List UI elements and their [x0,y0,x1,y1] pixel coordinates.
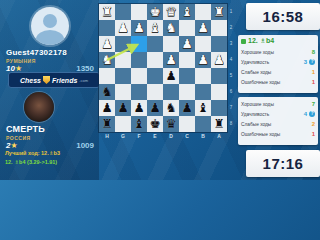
left-sidebar: Guest47302178 РУМЫНИЯ 10★ 1350 Chess Fri… [0,0,99,180]
file-label-a: A [211,133,227,139]
square-f4[interactable] [131,52,147,68]
piece-bP-f7: ♟ [131,100,147,116]
avatar-torso-icon [36,30,64,45]
square-c7[interactable]: ♟ [179,100,195,116]
stat-row-Слабые ходы: Слабые ходы1 [241,67,315,77]
stat-label: Слабые ходы [241,122,271,127]
square-h7[interactable]: ♟ [99,100,115,116]
stat-label: Хорошие ходы [241,50,274,55]
top-player-name: Guest47302178 [6,48,98,57]
square-h6[interactable]: ♞ [99,84,115,100]
analysis-panel-top: 12. ♗b4 Хорошие ходы8Удачливость3?Слабые… [238,35,318,93]
piece-bR-a8: ♜ [211,116,227,132]
stat-label: Удачливость [241,60,269,65]
stat-row-Удачливость: Удачливость3? [241,57,315,67]
square-g7[interactable]: ♟ [115,100,131,116]
piece-wP-a4: ♟ [211,52,227,68]
file-label-g: G [115,133,131,139]
square-d7[interactable]: ♞ [163,100,179,116]
square-a1[interactable]: ♜ [211,4,227,20]
square-d8[interactable]: ♛ [163,116,179,132]
square-h2[interactable] [99,20,115,36]
stat-value: 8 [312,49,315,55]
square-e6[interactable] [147,84,163,100]
square-d4[interactable]: ♟ [163,52,179,68]
square-c4[interactable] [179,52,195,68]
stat-value: 1 [312,131,315,137]
square-d1[interactable]: ♛ [163,4,179,20]
piece-wP-h3: ♟ [99,36,115,52]
piece-wR-h1: ♜ [99,4,115,20]
logo-text-1: Chess [20,77,41,84]
square-c8[interactable] [179,116,195,132]
square-c5[interactable] [179,68,195,84]
square-e7[interactable]: ♟ [147,100,163,116]
chess4friends-logo[interactable]: Chess Friends .com [8,72,100,88]
piece-wP-b4: ♟ [195,52,211,68]
piece-wN-h4: ♞ [99,52,115,68]
bottom-player-name: СМЕРТЬ [6,124,98,134]
analysis-panel-bottom: Хорошие ходы7Удачливость4?Слабые ходы2Ош… [238,97,318,145]
stats-rows-1: Хорошие ходы8Удачливость3?Слабые ходы1Ош… [241,47,315,87]
rank-label-1: 1 [227,4,235,20]
stat-value: 1 [312,69,315,75]
piece-bP-c7: ♟ [179,100,195,116]
piece-wP-d4: ♟ [163,52,179,68]
square-d3[interactable] [163,36,179,52]
square-g5[interactable] [115,68,131,84]
square-g4[interactable] [115,52,131,68]
square-h3[interactable]: ♟ [99,36,115,52]
help-icon[interactable]: ? [309,111,315,117]
file-label-h: H [99,133,115,139]
square-c6[interactable] [179,84,195,100]
piece-wP-f2: ♟ [131,20,147,36]
stat-value: 1 [312,79,315,85]
piece-wP-c3: ♟ [179,36,195,52]
file-label-e: E [147,133,163,139]
piece-bB-f8: ♝ [131,116,147,132]
piece-wB-e2: ♝ [147,20,163,36]
stat-row-Удачливость: Удачливость4? [241,109,315,119]
square-b1[interactable] [195,4,211,20]
square-a7[interactable] [211,100,227,116]
square-a6[interactable] [211,84,227,100]
square-e4[interactable] [147,52,163,68]
rank-label-3: 3 [227,36,235,52]
last-move-label: 12. ♗b4 [248,37,274,45]
stat-label: Хорошие ходы [241,102,274,107]
move-quality-chip [241,39,246,44]
square-b2[interactable]: ♟ [195,20,211,36]
file-label-b: B [195,133,211,139]
chessboard: ♜♚♛♝♜♟♟♝♞♟♟♟♞♟♟♟♟♞♟♟♟♟♞♟♝♜♝♚♛♜ [99,4,227,132]
top-player-clock: 16:58 [246,3,320,30]
rank-label-4: 4 [227,52,235,68]
piece-wP-g2: ♟ [115,20,131,36]
piece-wR-a1: ♜ [211,4,227,20]
square-d5[interactable]: ♟ [163,68,179,84]
stat-row-Хорошие ходы: Хорошие ходы8 [241,47,315,57]
stats-rows-2: Хорошие ходы7Удачливость4?Слабые ходы2Ош… [241,99,315,139]
square-g8[interactable] [115,116,131,132]
board: ♜♚♛♝♜♟♟♝♞♟♟♟♞♟♟♟♟♞♟♟♟♟♞♟♝♜♝♚♛♜ [99,4,227,132]
rank-label-8: 8 [227,116,235,132]
rank-label-6: 6 [227,84,235,100]
stat-value: 2 [312,121,315,127]
avatar-head-icon [43,14,57,28]
help-icon[interactable]: ? [309,59,315,65]
piece-bQ-d8: ♛ [163,116,179,132]
piece-bN-d7: ♞ [163,100,179,116]
square-g6[interactable] [115,84,131,100]
square-d2[interactable]: ♞ [163,20,179,36]
square-b8[interactable] [195,116,211,132]
square-b7[interactable]: ♝ [195,100,211,116]
avatar-bottom-player[interactable] [24,92,54,122]
shield-icon [43,76,50,84]
logo-domain: .com [79,78,88,83]
square-f3[interactable] [131,36,147,52]
square-f5[interactable] [131,68,147,84]
square-a2[interactable] [211,20,227,36]
piece-bP-e7: ♟ [147,100,163,116]
square-h4[interactable]: ♞ [99,52,115,68]
square-h1[interactable]: ♜ [99,4,115,20]
square-b6[interactable] [195,84,211,100]
stat-row-Ошибочные ходы: Ошибочные ходы1 [241,77,315,87]
stat-row-Ошибочные ходы: Ошибочные ходы1 [241,129,315,139]
square-c1[interactable]: ♝ [179,4,195,20]
square-c3[interactable]: ♟ [179,36,195,52]
square-a8[interactable]: ♜ [211,116,227,132]
square-b4[interactable]: ♟ [195,52,211,68]
piece-bK-e8: ♚ [147,116,163,132]
square-d6[interactable] [163,84,179,100]
square-h5[interactable] [99,68,115,84]
square-g2[interactable]: ♟ [115,20,131,36]
stat-label: Ошибочные ходы [241,80,280,85]
square-e1[interactable]: ♚ [147,4,163,20]
square-a5[interactable] [211,68,227,84]
logo-text-2: Friends [52,77,77,84]
square-f2[interactable]: ♟ [131,20,147,36]
stat-value: 4 [304,111,307,117]
file-label-c: C [179,133,195,139]
file-label-f: F [131,133,147,139]
square-a4[interactable]: ♟ [211,52,227,68]
piece-bP-g7: ♟ [115,100,131,116]
square-e8[interactable]: ♚ [147,116,163,132]
file-labels: HGFEDCBA [99,133,227,139]
rank-label-5: 5 [227,68,235,84]
stat-label: Слабые ходы [241,70,271,75]
square-g3[interactable] [115,36,131,52]
square-e5[interactable] [147,68,163,84]
piece-bP-h7: ♟ [99,100,115,116]
square-e2[interactable]: ♝ [147,20,163,36]
stat-label: Удачливость [241,112,269,117]
star-icon: ★ [10,141,17,150]
square-b3[interactable] [195,36,211,52]
file-label-d: D [163,133,179,139]
square-e3[interactable] [147,36,163,52]
square-h8[interactable]: ♜ [99,116,115,132]
bottom-player-rating: 1009 [76,141,94,150]
stat-value: 3 [304,59,307,65]
best-move-text: Лучший ход: 12.♗b3 [5,150,99,156]
played-move-eval-text: 12. ♗b4 (3.29->1.91) [5,159,99,165]
stat-row-Хорошие ходы: Хорошие ходы7 [241,99,315,109]
rank-label-7: 7 [227,100,235,116]
square-c2[interactable] [179,20,195,36]
piece-bP-d5: ♟ [163,68,179,84]
piece-bR-h8: ♜ [99,116,115,132]
piece-wQ-d1: ♛ [163,4,179,20]
piece-wN-d2: ♞ [163,20,179,36]
piece-wB-c1: ♝ [179,4,195,20]
avatar-top-player[interactable] [31,7,69,45]
square-a3[interactable] [211,36,227,52]
square-b5[interactable] [195,68,211,84]
square-f6[interactable] [131,84,147,100]
stat-value: 7 [312,101,315,107]
rank-labels: 12345678 [227,4,235,132]
square-f1[interactable] [131,4,147,20]
rank-label-2: 2 [227,20,235,36]
piece-bN-h6: ♞ [99,84,115,100]
stat-label: Ошибочные ходы [241,132,280,137]
square-g1[interactable] [115,4,131,20]
square-f7[interactable]: ♟ [131,100,147,116]
bottom-player-stars: 2★ [6,141,18,150]
bottom-player-clock: 17:16 [246,150,320,177]
stat-row-Слабые ходы: Слабые ходы2 [241,119,315,129]
piece-bB-b7: ♝ [195,100,211,116]
piece-wK-e1: ♚ [147,4,163,20]
piece-wP-b2: ♟ [195,20,211,36]
square-f8[interactable]: ♝ [131,116,147,132]
